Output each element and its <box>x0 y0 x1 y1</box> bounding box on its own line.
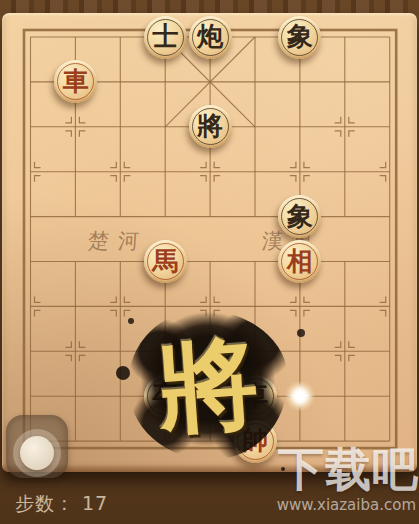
floating-action-button[interactable] <box>6 415 68 478</box>
river-label-left: 楚河 <box>87 227 149 255</box>
piece-character: 炮 <box>197 23 223 49</box>
piece-black-advisor[interactable]: 士 <box>144 16 187 59</box>
move-counter-value: 17 <box>82 492 108 514</box>
piece-black-general[interactable]: 將 <box>189 105 232 148</box>
check-banner-text: 將 <box>155 332 262 439</box>
piece-black-elephant[interactable]: 象 <box>278 16 321 59</box>
piece-character: 象 <box>287 203 313 229</box>
piece-character: 象 <box>287 23 313 49</box>
piece-character: 士 <box>152 23 178 49</box>
piece-character: 將 <box>197 113 223 139</box>
move-highlight-glow-icon <box>285 381 315 411</box>
check-announcement-overlay: 將 <box>128 310 288 460</box>
button-knob-icon <box>20 436 54 470</box>
watermark-url: www.xiazaiba.com <box>277 496 419 514</box>
piece-character: 車 <box>62 68 88 94</box>
piece-character: 馬 <box>152 248 178 274</box>
move-counter: 步数：17 <box>15 491 108 517</box>
piece-red-horse[interactable]: 馬 <box>144 240 187 283</box>
game-screen: 楚河 漢界 士炮象車將象馬相卒車帥 將 步数：17 下载吧 www.xiazai… <box>0 0 419 524</box>
piece-red-chariot[interactable]: 車 <box>54 60 97 103</box>
move-counter-label: 步数： <box>15 492 75 514</box>
watermark-title: 下载吧 <box>277 444 419 495</box>
watermark: 下载吧 www.xiazaiba.com <box>277 444 419 514</box>
piece-black-cannon[interactable]: 炮 <box>189 16 232 59</box>
piece-character: 相 <box>287 248 313 274</box>
